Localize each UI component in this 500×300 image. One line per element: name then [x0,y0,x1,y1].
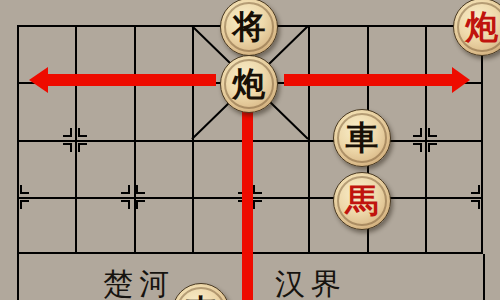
piece-glyph: 車 [346,122,379,155]
piece-black-general[interactable]: 将 [220,0,278,56]
piece-glyph: 馬 [346,185,379,218]
piece-glyph: 将 [233,11,266,44]
piece-glyph: 車 [185,296,218,300]
piece-layer: 将炮炮車馬車 [0,0,500,300]
piece-glyph: 炮 [233,68,266,101]
river-label-chu: 楚河 [103,264,175,300]
board-stage: 将炮炮車馬車 楚河 汉界 [0,0,500,300]
piece-black-cannon[interactable]: 炮 [220,55,278,113]
piece-glyph: 炮 [466,11,499,44]
river-label-han: 汉界 [275,264,347,300]
piece-red-horse[interactable]: 馬 [333,172,391,230]
piece-clipped-piece[interactable]: 車 [172,283,230,300]
piece-red-cannon[interactable]: 炮 [453,0,500,56]
piece-black-chariot[interactable]: 車 [333,109,391,167]
